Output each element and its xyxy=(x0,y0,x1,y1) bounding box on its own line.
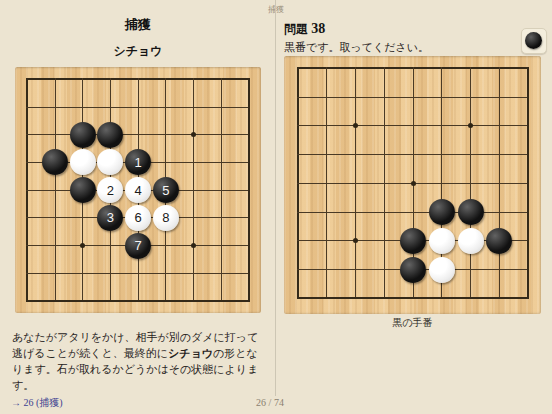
move-number: 6 xyxy=(135,211,142,224)
board-grid: 12453687 xyxy=(27,79,249,301)
grid-line-vertical xyxy=(221,78,222,302)
black-stone-move-3: 3 xyxy=(97,205,123,231)
star-point xyxy=(353,123,358,128)
white-stone-move-6: 6 xyxy=(125,205,151,231)
explanation-keyword: シチョウ xyxy=(168,347,213,359)
star-point xyxy=(191,132,196,137)
black-stone-move-5: 5 xyxy=(153,177,179,203)
problem-number: 38 xyxy=(311,21,325,36)
move-number: 1 xyxy=(135,156,142,169)
lesson-board: 12453687 xyxy=(15,67,261,313)
black-stone xyxy=(70,177,96,203)
page-indicator: 26 / 74 xyxy=(240,397,300,408)
lesson-title: 捕獲 xyxy=(0,16,276,34)
black-stone[interactable] xyxy=(400,228,426,254)
white-stone[interactable] xyxy=(458,228,484,254)
problem-board[interactable] xyxy=(284,56,541,314)
move-number: 8 xyxy=(162,211,169,224)
move-number: 4 xyxy=(135,184,142,197)
white-stone[interactable] xyxy=(429,257,455,283)
move-number: 5 xyxy=(162,184,169,197)
white-stone-move-8: 8 xyxy=(153,205,179,231)
move-number: 3 xyxy=(107,211,114,224)
problem-title-label: 問題 xyxy=(284,22,308,36)
white-stone xyxy=(70,149,96,175)
black-stone[interactable] xyxy=(486,228,512,254)
turn-indicator xyxy=(521,28,547,54)
lesson-explanation: あなたがアタリをかけ、相手が別のダメに打って逃げることが続くと、最終的にシチョウ… xyxy=(12,329,266,393)
white-stone[interactable] xyxy=(429,228,455,254)
grid-line-horizontal xyxy=(26,273,250,274)
grid-line-vertical xyxy=(248,78,250,302)
black-stone-move-7: 7 xyxy=(125,233,151,259)
black-stone xyxy=(42,149,68,175)
star-point xyxy=(80,243,85,248)
grid-line-horizontal xyxy=(26,300,250,302)
chapter-label: 捕獲 xyxy=(0,4,552,15)
star-point xyxy=(353,238,358,243)
black-stone[interactable] xyxy=(458,199,484,225)
grid-line-horizontal xyxy=(297,212,529,213)
back-reference-link[interactable]: → 26 (捕獲) xyxy=(11,396,63,410)
grid-line-horizontal xyxy=(297,297,529,299)
move-number: 2 xyxy=(107,184,114,197)
problem-title: 問題 38 xyxy=(284,21,325,38)
black-stone-move-1: 1 xyxy=(125,149,151,175)
turn-caption: 黒の手番 xyxy=(284,316,541,330)
black-stone[interactable] xyxy=(429,199,455,225)
problem-instruction: 黒番です。取ってください。 xyxy=(284,40,429,55)
move-number: 7 xyxy=(135,239,142,252)
star-point xyxy=(191,243,196,248)
black-stone[interactable] xyxy=(400,257,426,283)
board-grid xyxy=(298,68,528,298)
grid-line-vertical xyxy=(470,67,471,299)
star-point xyxy=(468,123,473,128)
star-point xyxy=(411,181,416,186)
black-stone-icon xyxy=(525,32,542,49)
grid-line-vertical xyxy=(499,67,500,299)
white-stone-move-2: 2 xyxy=(97,177,123,203)
grid-line-vertical xyxy=(193,78,194,302)
black-stone xyxy=(97,122,123,148)
grid-line-vertical xyxy=(527,67,529,299)
lesson-subtitle: シチョウ xyxy=(0,43,276,60)
white-stone-move-4: 4 xyxy=(125,177,151,203)
black-stone xyxy=(70,122,96,148)
white-stone xyxy=(97,149,123,175)
